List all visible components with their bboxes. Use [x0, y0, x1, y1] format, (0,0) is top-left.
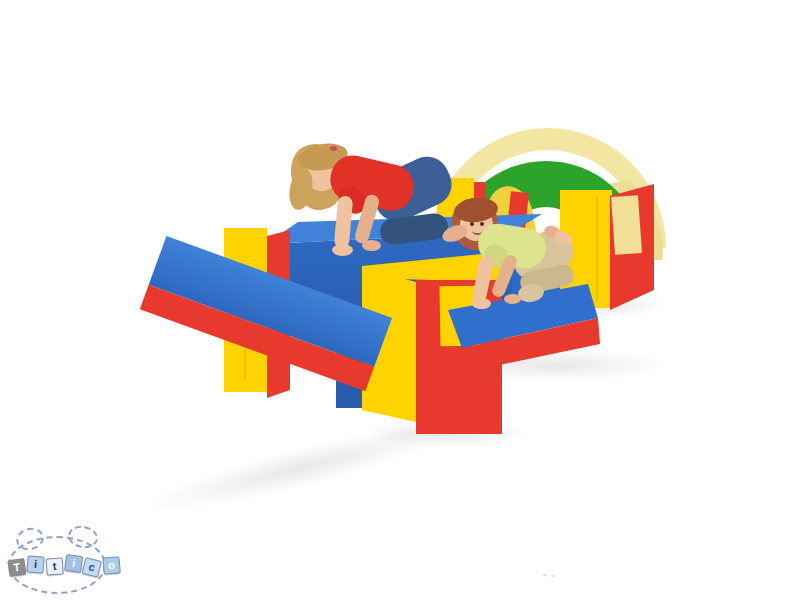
studio-scene: T i t i c o [0, 0, 800, 600]
logo-tile-row: T i t i c o [8, 556, 120, 573]
girl2-arm-near [471, 255, 494, 303]
floor-speck [551, 575, 555, 577]
titico-logo: T i t i c o [6, 526, 118, 596]
girl2-eye-right [480, 222, 484, 226]
girl-on-beam [284, 128, 474, 268]
girl1-hand-far [362, 240, 381, 251]
right-post-seam-line [596, 196, 598, 302]
girl1-hand-near [332, 244, 353, 256]
girl2-hand-far [504, 294, 521, 304]
logo-tile: T [7, 558, 26, 577]
logo-tile: o [102, 556, 120, 574]
arch-right-post-notch [611, 195, 642, 255]
girl1-arm-near [334, 195, 353, 248]
floor-speck [543, 574, 547, 576]
logo-tile: i [26, 555, 44, 573]
logo-tile: t [46, 557, 64, 575]
girl1-hair-clip [330, 146, 337, 151]
logo-tile: i [64, 554, 83, 573]
girl2-hand-near [472, 298, 491, 309]
